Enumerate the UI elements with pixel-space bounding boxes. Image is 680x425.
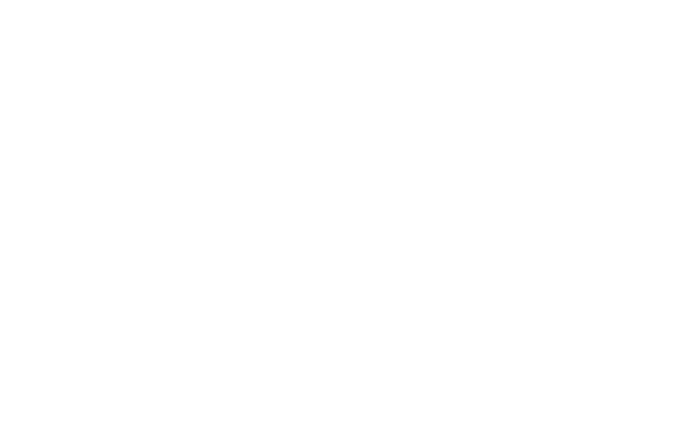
pieces-layer bbox=[0, 0, 680, 425]
chess-set-photo bbox=[0, 0, 680, 425]
